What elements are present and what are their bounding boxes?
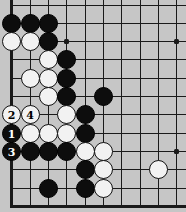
stone-white[interactable]: [57, 105, 76, 124]
stone-black[interactable]: [57, 69, 76, 88]
stone-black[interactable]: [21, 142, 40, 161]
stone-black[interactable]: [39, 32, 58, 51]
stone-black[interactable]: [39, 179, 58, 198]
move-number: 3: [8, 147, 16, 158]
stone-white[interactable]: [94, 160, 113, 179]
stone-black[interactable]: [94, 87, 113, 106]
stone-white[interactable]: [39, 69, 58, 88]
stone-white[interactable]: [39, 50, 58, 69]
stone-black[interactable]: 1: [2, 124, 21, 143]
stone-black[interactable]: [57, 50, 76, 69]
go-board[interactable]: 2413: [0, 0, 186, 212]
grid-line-horizontal: [10, 59, 186, 60]
stone-white[interactable]: [94, 179, 113, 198]
stone-white[interactable]: [39, 124, 58, 143]
stone-white[interactable]: [21, 69, 40, 88]
grid-line-vertical: [121, 0, 122, 208]
move-number: 2: [8, 110, 16, 121]
board-edge-bottom: [10, 205, 186, 208]
move-number: 1: [8, 128, 16, 139]
stone-black[interactable]: [76, 179, 95, 198]
stone-white[interactable]: [149, 160, 168, 179]
move-number: 4: [26, 110, 34, 121]
stone-black[interactable]: [39, 14, 58, 33]
stone-black[interactable]: 3: [2, 142, 21, 161]
stone-white[interactable]: 4: [21, 105, 40, 124]
stone-black[interactable]: [76, 160, 95, 179]
stone-white[interactable]: [2, 32, 21, 51]
stone-white[interactable]: [39, 87, 58, 106]
hoshi-point: [174, 149, 179, 154]
stone-white[interactable]: [21, 32, 40, 51]
hoshi-point: [174, 39, 179, 44]
stone-white[interactable]: [76, 142, 95, 161]
stone-white[interactable]: [57, 124, 76, 143]
stone-black[interactable]: [21, 14, 40, 33]
stone-black[interactable]: [57, 87, 76, 106]
grid-line-vertical: [176, 0, 177, 208]
stone-black[interactable]: [57, 142, 76, 161]
stone-white[interactable]: [94, 142, 113, 161]
grid-line-horizontal: [10, 5, 186, 6]
stone-black[interactable]: [2, 14, 21, 33]
stone-black[interactable]: [76, 105, 95, 124]
stone-black[interactable]: [39, 142, 58, 161]
grid-line-vertical: [140, 0, 141, 208]
stone-black[interactable]: [76, 124, 95, 143]
stone-white[interactable]: [21, 124, 40, 143]
stone-white[interactable]: 2: [2, 105, 21, 124]
hoshi-point: [64, 39, 69, 44]
